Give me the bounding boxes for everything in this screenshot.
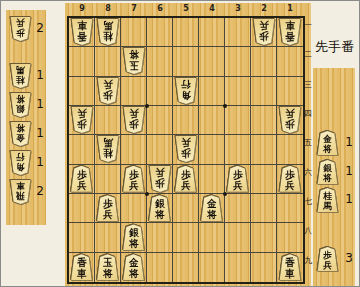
hand-row-gote: 金将1 bbox=[6, 122, 46, 146]
piece-kanji: 銀 bbox=[323, 163, 332, 173]
hand-count: 1 bbox=[36, 97, 44, 111]
piece-tile: 銀将 bbox=[10, 93, 31, 117]
square-7六[interactable]: 歩兵 bbox=[121, 165, 147, 194]
square-7七[interactable] bbox=[121, 194, 147, 223]
piece-gote[interactable]: 歩兵 bbox=[279, 107, 301, 133]
piece-gote[interactable]: 歩兵 bbox=[149, 166, 171, 192]
hand-count: 1 bbox=[36, 155, 44, 169]
piece-tile: 歩兵 bbox=[71, 166, 93, 192]
square-2七[interactable] bbox=[251, 194, 277, 223]
square-2八[interactable] bbox=[251, 223, 277, 252]
piece-kanji: 車 bbox=[77, 20, 87, 31]
piece-kanji: 馬 bbox=[16, 65, 25, 75]
shogi-app-window: 歩兵2桂馬1銀将1金将1角行1飛車2 987654321 香車桂馬歩兵香車玉将歩… bbox=[0, 0, 360, 287]
piece-kanji: 玉 bbox=[129, 60, 139, 71]
piece-gote[interactable]: 香車 bbox=[71, 19, 93, 45]
square-1一[interactable]: 香車 bbox=[277, 18, 303, 47]
piece-kanji: 兵 bbox=[259, 20, 269, 31]
piece-kanji: 馬 bbox=[103, 137, 113, 148]
rank-label: 二 bbox=[304, 49, 312, 60]
piece-kanji: 桂 bbox=[103, 31, 113, 42]
piece-kanji: 兵 bbox=[233, 180, 243, 191]
piece-kanji: 歩 bbox=[77, 119, 87, 130]
square-2三[interactable] bbox=[251, 77, 277, 106]
square-6四[interactable] bbox=[147, 106, 173, 135]
square-8四[interactable] bbox=[95, 106, 121, 135]
rank-label: 三 bbox=[304, 79, 312, 90]
piece-kanji: 香 bbox=[285, 257, 295, 268]
square-1四[interactable]: 歩兵 bbox=[277, 106, 303, 135]
square-6二[interactable] bbox=[147, 47, 173, 76]
square-1三[interactable] bbox=[277, 77, 303, 106]
piece-kanji: 銀 bbox=[155, 198, 165, 209]
piece-kanji: 兵 bbox=[103, 209, 113, 220]
file-label: 4 bbox=[199, 4, 225, 14]
piece-kanji: 金 bbox=[207, 198, 217, 209]
piece-tile: 角行 bbox=[10, 151, 31, 175]
piece-tile: 歩兵 bbox=[10, 17, 31, 41]
piece-kanji: 角 bbox=[16, 162, 25, 172]
piece-sente[interactable]: 桂馬 bbox=[317, 188, 338, 212]
rank-label: 五 bbox=[304, 137, 312, 148]
piece-kanji: 香 bbox=[77, 31, 87, 42]
square-4九[interactable] bbox=[199, 253, 225, 282]
piece-kanji: 歩 bbox=[323, 250, 332, 260]
piece-tile: 金将 bbox=[201, 195, 223, 221]
square-8一[interactable]: 桂馬 bbox=[95, 18, 121, 47]
piece-gote[interactable]: 桂馬 bbox=[10, 64, 31, 88]
square-3五[interactable] bbox=[225, 135, 251, 164]
file-label: 6 bbox=[147, 4, 173, 14]
piece-kanji: 兵 bbox=[285, 180, 295, 191]
square-4一[interactable] bbox=[199, 18, 225, 47]
square-3六[interactable]: 歩兵 bbox=[225, 165, 251, 194]
piece-tile: 桂馬 bbox=[10, 64, 31, 88]
square-4三[interactable] bbox=[199, 77, 225, 106]
square-8六[interactable] bbox=[95, 165, 121, 194]
square-6六[interactable]: 歩兵 bbox=[147, 165, 173, 194]
piece-tile: 桂馬 bbox=[97, 136, 119, 162]
file-label: 1 bbox=[277, 4, 303, 14]
piece-tile: 歩兵 bbox=[227, 166, 249, 192]
piece-kanji: 歩 bbox=[155, 178, 165, 189]
piece-sente[interactable]: 銀将 bbox=[149, 195, 171, 221]
square-9五[interactable] bbox=[69, 135, 95, 164]
piece-kanji: 将 bbox=[323, 173, 332, 183]
piece-tile: 歩兵 bbox=[175, 166, 197, 192]
piece-tile: 歩兵 bbox=[279, 107, 301, 133]
hand-row-sente: 金将1 bbox=[313, 131, 355, 155]
piece-kanji: 金 bbox=[129, 257, 139, 268]
file-label: 3 bbox=[225, 4, 251, 14]
square-3九[interactable] bbox=[225, 253, 251, 282]
piece-kanji: 兵 bbox=[285, 108, 295, 119]
piece-tile: 歩兵 bbox=[71, 107, 93, 133]
square-3三[interactable] bbox=[225, 77, 251, 106]
piece-tile: 金将 bbox=[123, 254, 145, 280]
square-9三[interactable] bbox=[69, 77, 95, 106]
piece-kanji: 将 bbox=[129, 49, 139, 60]
square-3四[interactable] bbox=[225, 106, 251, 135]
piece-kanji: 行 bbox=[16, 152, 25, 162]
hand-row-sente: 桂馬1 bbox=[313, 188, 355, 212]
square-9四[interactable]: 歩兵 bbox=[69, 106, 95, 135]
square-2六[interactable] bbox=[251, 165, 277, 194]
piece-kanji: 将 bbox=[103, 268, 113, 279]
file-label: 7 bbox=[121, 4, 147, 14]
piece-tile: 金将 bbox=[10, 122, 31, 146]
piece-kanji: 兵 bbox=[129, 108, 139, 119]
square-1九[interactable]: 香車 bbox=[277, 253, 303, 282]
piece-tile: 歩兵 bbox=[97, 195, 119, 221]
piece-gote[interactable]: 歩兵 bbox=[10, 17, 31, 41]
piece-kanji: 車 bbox=[16, 181, 25, 191]
square-3一[interactable] bbox=[225, 18, 251, 47]
hand-count: 2 bbox=[36, 21, 44, 35]
hand-row-gote: 角行1 bbox=[6, 151, 46, 175]
square-2一[interactable]: 歩兵 bbox=[251, 18, 277, 47]
square-3七[interactable] bbox=[225, 194, 251, 223]
hand-count: 1 bbox=[345, 135, 353, 149]
piece-kanji: 兵 bbox=[323, 260, 332, 270]
rank-label: 九 bbox=[304, 255, 312, 266]
hand-count: 1 bbox=[345, 192, 353, 206]
piece-tile: 歩兵 bbox=[253, 19, 275, 45]
square-7八[interactable]: 銀将 bbox=[121, 223, 147, 252]
square-8七[interactable]: 歩兵 bbox=[95, 194, 121, 223]
piece-kanji: 将 bbox=[16, 94, 25, 104]
file-label: 9 bbox=[69, 4, 95, 14]
square-1八[interactable] bbox=[277, 223, 303, 252]
square-4四[interactable] bbox=[199, 106, 225, 135]
piece-kanji: 行 bbox=[181, 79, 191, 90]
shogi-board: 香車桂馬歩兵香車玉将歩兵角行歩兵歩兵歩兵桂馬歩兵歩兵歩兵歩兵歩兵歩兵歩兵歩兵銀将… bbox=[67, 16, 305, 284]
square-6八[interactable] bbox=[147, 223, 173, 252]
piece-sente[interactable]: 歩兵 bbox=[97, 195, 119, 221]
hand-count: 2 bbox=[36, 184, 44, 198]
piece-kanji: 歩 bbox=[129, 169, 139, 180]
hand-count: 1 bbox=[345, 164, 353, 178]
piece-kanji: 銀 bbox=[16, 104, 25, 114]
square-6三[interactable] bbox=[147, 77, 173, 106]
piece-kanji: 兵 bbox=[77, 108, 87, 119]
piece-sente[interactable]: 歩兵 bbox=[123, 166, 145, 192]
square-4五[interactable] bbox=[199, 135, 225, 164]
square-6七[interactable]: 銀将 bbox=[147, 194, 173, 223]
piece-kanji: 香 bbox=[285, 31, 295, 42]
piece-tile: 角行 bbox=[175, 78, 197, 104]
square-5三[interactable]: 角行 bbox=[173, 77, 199, 106]
piece-sente[interactable]: 香車 bbox=[71, 254, 93, 280]
piece-kanji: 歩 bbox=[285, 119, 295, 130]
square-9六[interactable]: 歩兵 bbox=[69, 165, 95, 194]
rank-label: 四 bbox=[304, 108, 312, 119]
square-5八[interactable] bbox=[173, 223, 199, 252]
square-5七[interactable] bbox=[173, 194, 199, 223]
square-9九[interactable]: 香車 bbox=[69, 253, 95, 282]
piece-kanji: 金 bbox=[323, 134, 332, 144]
piece-sente[interactable]: 歩兵 bbox=[71, 166, 93, 192]
hand-count: 1 bbox=[36, 126, 44, 140]
piece-tile: 金将 bbox=[317, 131, 338, 155]
piece-gote[interactable]: 桂馬 bbox=[97, 19, 119, 45]
piece-kanji: 将 bbox=[16, 123, 25, 133]
square-4八[interactable] bbox=[199, 223, 225, 252]
square-1五[interactable] bbox=[277, 135, 303, 164]
piece-sente[interactable]: 金将 bbox=[201, 195, 223, 221]
piece-kanji: 歩 bbox=[181, 148, 191, 159]
piece-tile: 銀将 bbox=[123, 224, 145, 250]
piece-tile: 銀将 bbox=[149, 195, 171, 221]
piece-kanji: 桂 bbox=[16, 75, 25, 85]
piece-gote[interactable]: 飛車 bbox=[10, 180, 31, 204]
square-3二[interactable] bbox=[225, 47, 251, 76]
piece-kanji: 銀 bbox=[129, 227, 139, 238]
piece-gote[interactable]: 桂馬 bbox=[97, 136, 119, 162]
square-1六[interactable]: 歩兵 bbox=[277, 165, 303, 194]
square-4二[interactable] bbox=[199, 47, 225, 76]
piece-kanji: 将 bbox=[129, 238, 139, 249]
hand-row-gote: 銀将1 bbox=[6, 93, 46, 117]
gote-captured-tray: 歩兵2桂馬1銀将1金将1角行1飛車2 bbox=[6, 10, 46, 225]
piece-kanji: 歩 bbox=[77, 169, 87, 180]
hand-row-sente: 歩兵3 bbox=[313, 247, 355, 271]
square-6五[interactable] bbox=[147, 135, 173, 164]
piece-gote[interactable]: 角行 bbox=[175, 78, 197, 104]
piece-tile: 飛車 bbox=[10, 180, 31, 204]
piece-tile: 香車 bbox=[71, 254, 93, 280]
piece-sente[interactable]: 金将 bbox=[123, 254, 145, 280]
piece-sente[interactable]: 玉将 bbox=[97, 254, 119, 280]
piece-tile: 歩兵 bbox=[317, 247, 338, 271]
square-1七[interactable] bbox=[277, 194, 303, 223]
piece-sente[interactable]: 歩兵 bbox=[317, 247, 338, 271]
piece-tile: 銀将 bbox=[317, 160, 338, 184]
square-5六[interactable]: 歩兵 bbox=[173, 165, 199, 194]
piece-kanji: 香 bbox=[77, 257, 87, 268]
to-move-label: 先手番 bbox=[315, 38, 354, 56]
square-5一[interactable] bbox=[173, 18, 199, 47]
hand-row-gote: 桂馬1 bbox=[6, 64, 46, 88]
square-7九[interactable]: 金将 bbox=[121, 253, 147, 282]
piece-kanji: 桂 bbox=[323, 191, 332, 201]
piece-sente[interactable]: 銀将 bbox=[317, 160, 338, 184]
piece-kanji: 歩 bbox=[129, 119, 139, 130]
piece-kanji: 歩 bbox=[16, 28, 25, 38]
piece-kanji: 歩 bbox=[103, 90, 113, 101]
piece-tile: 香車 bbox=[279, 254, 301, 280]
piece-tile: 玉将 bbox=[97, 254, 119, 280]
piece-kanji: 玉 bbox=[103, 257, 113, 268]
rank-label: 六 bbox=[304, 167, 312, 178]
rank-label: 一 bbox=[304, 20, 312, 31]
piece-kanji: 歩 bbox=[233, 169, 243, 180]
square-8九[interactable]: 玉将 bbox=[95, 253, 121, 282]
square-7三[interactable] bbox=[121, 77, 147, 106]
square-8八[interactable] bbox=[95, 223, 121, 252]
piece-gote[interactable]: 歩兵 bbox=[97, 78, 119, 104]
piece-kanji: 金 bbox=[16, 133, 25, 143]
square-8三[interactable]: 歩兵 bbox=[95, 77, 121, 106]
hand-row-sente: 銀将1 bbox=[313, 160, 355, 184]
piece-kanji: 兵 bbox=[103, 79, 113, 90]
piece-sente[interactable]: 金将 bbox=[317, 131, 338, 155]
piece-kanji: 車 bbox=[77, 268, 87, 279]
piece-tile: 香車 bbox=[71, 19, 93, 45]
file-label: 8 bbox=[95, 4, 121, 14]
square-5九[interactable] bbox=[173, 253, 199, 282]
piece-kanji: 兵 bbox=[155, 167, 165, 178]
file-label: 2 bbox=[251, 4, 277, 14]
square-3八[interactable] bbox=[225, 223, 251, 252]
square-5五[interactable]: 歩兵 bbox=[173, 135, 199, 164]
sente-captured-tray: 金将1銀将1桂馬1歩兵3 bbox=[313, 68, 355, 286]
piece-kanji: 将 bbox=[155, 209, 165, 220]
piece-gote[interactable]: 玉将 bbox=[123, 48, 145, 74]
piece-kanji: 兵 bbox=[181, 180, 191, 191]
piece-kanji: 兵 bbox=[16, 18, 25, 28]
piece-gote[interactable]: 歩兵 bbox=[123, 107, 145, 133]
piece-gote[interactable]: 歩兵 bbox=[175, 136, 197, 162]
piece-kanji: 兵 bbox=[181, 137, 191, 148]
piece-sente[interactable]: 銀将 bbox=[123, 224, 145, 250]
piece-sente[interactable]: 香車 bbox=[279, 254, 301, 280]
hand-count: 1 bbox=[36, 68, 44, 82]
piece-kanji: 兵 bbox=[77, 180, 87, 191]
square-5二[interactable] bbox=[173, 47, 199, 76]
square-2四[interactable] bbox=[251, 106, 277, 135]
piece-gote[interactable]: 角行 bbox=[10, 151, 31, 175]
piece-kanji: 馬 bbox=[103, 20, 113, 31]
rank-label: 七 bbox=[304, 196, 312, 207]
piece-kanji: 将 bbox=[207, 209, 217, 220]
square-4七[interactable]: 金将 bbox=[199, 194, 225, 223]
piece-tile: 桂馬 bbox=[317, 188, 338, 212]
piece-tile: 香車 bbox=[279, 19, 301, 45]
piece-kanji: 兵 bbox=[129, 180, 139, 191]
hand-row-gote: 飛車2 bbox=[6, 180, 46, 204]
piece-tile: 歩兵 bbox=[123, 107, 145, 133]
hand-count: 3 bbox=[345, 251, 353, 265]
square-7一[interactable] bbox=[121, 18, 147, 47]
square-1二[interactable] bbox=[277, 47, 303, 76]
square-7二[interactable]: 玉将 bbox=[121, 47, 147, 76]
square-8二[interactable] bbox=[95, 47, 121, 76]
hand-row-gote: 歩兵2 bbox=[6, 17, 46, 41]
piece-gote[interactable]: 銀将 bbox=[10, 93, 31, 117]
piece-kanji: 桂 bbox=[103, 148, 113, 159]
piece-sente[interactable]: 歩兵 bbox=[279, 166, 301, 192]
piece-tile: 歩兵 bbox=[149, 166, 171, 192]
piece-tile: 玉将 bbox=[123, 48, 145, 74]
piece-kanji: 将 bbox=[323, 144, 332, 154]
board-panel: 987654321 香車桂馬歩兵香車玉将歩兵角行歩兵歩兵歩兵桂馬歩兵歩兵歩兵歩兵… bbox=[65, 3, 311, 286]
piece-gote[interactable]: 歩兵 bbox=[71, 107, 93, 133]
piece-kanji: 歩 bbox=[259, 31, 269, 42]
piece-kanji: 歩 bbox=[103, 198, 113, 209]
piece-kanji: 飛 bbox=[16, 191, 25, 201]
square-9七[interactable] bbox=[69, 194, 95, 223]
piece-sente[interactable]: 歩兵 bbox=[227, 166, 249, 192]
piece-kanji: 歩 bbox=[285, 169, 295, 180]
square-9一[interactable]: 香車 bbox=[69, 18, 95, 47]
square-6九[interactable] bbox=[147, 253, 173, 282]
piece-gote[interactable]: 歩兵 bbox=[253, 19, 275, 45]
piece-kanji: 車 bbox=[285, 20, 295, 31]
square-5四[interactable] bbox=[173, 106, 199, 135]
piece-tile: 歩兵 bbox=[97, 78, 119, 104]
square-2九[interactable] bbox=[251, 253, 277, 282]
square-6一[interactable] bbox=[147, 18, 173, 47]
piece-tile: 桂馬 bbox=[97, 19, 119, 45]
square-7五[interactable] bbox=[121, 135, 147, 164]
square-2五[interactable] bbox=[251, 135, 277, 164]
piece-tile: 歩兵 bbox=[123, 166, 145, 192]
piece-tile: 歩兵 bbox=[279, 166, 301, 192]
square-2二[interactable] bbox=[251, 47, 277, 76]
piece-kanji: 馬 bbox=[323, 201, 332, 211]
square-9二[interactable] bbox=[69, 47, 95, 76]
piece-kanji: 将 bbox=[129, 268, 139, 279]
piece-sente[interactable]: 歩兵 bbox=[175, 166, 197, 192]
piece-tile: 歩兵 bbox=[175, 136, 197, 162]
piece-gote[interactable]: 金将 bbox=[10, 122, 31, 146]
square-8五[interactable]: 桂馬 bbox=[95, 135, 121, 164]
square-7四[interactable]: 歩兵 bbox=[121, 106, 147, 135]
file-label: 5 bbox=[173, 4, 199, 14]
square-4六[interactable] bbox=[199, 165, 225, 194]
square-9八[interactable] bbox=[69, 223, 95, 252]
rank-label: 八 bbox=[304, 225, 312, 236]
piece-kanji: 角 bbox=[181, 90, 191, 101]
piece-kanji: 歩 bbox=[181, 169, 191, 180]
piece-gote[interactable]: 香車 bbox=[279, 19, 301, 45]
piece-kanji: 車 bbox=[285, 268, 295, 279]
